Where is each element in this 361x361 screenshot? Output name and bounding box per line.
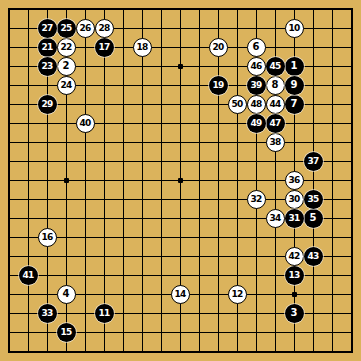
stone-white-44: 44: [266, 95, 285, 114]
stone-black-27: 27: [38, 19, 57, 38]
stone-black-37: 37: [304, 152, 323, 171]
go-board: 1234567891011121314151617181920212223242…: [0, 0, 361, 361]
stone-black-11: 11: [95, 304, 114, 323]
stone-black-5: 5: [304, 209, 323, 228]
stone-black-19: 19: [209, 76, 228, 95]
stone-white-28: 28: [95, 19, 114, 38]
stone-white-6: 6: [247, 38, 266, 57]
stone-white-2: 2: [57, 57, 76, 76]
stone-black-21: 21: [38, 38, 57, 57]
stone-white-50: 50: [228, 95, 247, 114]
stone-white-46: 46: [247, 57, 266, 76]
stone-black-49: 49: [247, 114, 266, 133]
stone-black-45: 45: [266, 57, 285, 76]
stone-white-32: 32: [247, 190, 266, 209]
stone-white-42: 42: [285, 247, 304, 266]
stone-white-40: 40: [76, 114, 95, 133]
stone-white-22: 22: [57, 38, 76, 57]
stone-black-31: 31: [285, 209, 304, 228]
stone-white-18: 18: [133, 38, 152, 57]
stone-black-43: 43: [304, 247, 323, 266]
stone-white-8: 8: [266, 76, 285, 95]
stone-white-4: 4: [57, 285, 76, 304]
stone-white-10: 10: [285, 19, 304, 38]
stone-white-12: 12: [228, 285, 247, 304]
stone-white-24: 24: [57, 76, 76, 95]
stone-black-39: 39: [247, 76, 266, 95]
stone-white-34: 34: [266, 209, 285, 228]
stones-layer: 1234567891011121314151617181920212223242…: [0, 0, 361, 361]
stone-black-7: 7: [285, 95, 304, 114]
stone-black-41: 41: [19, 266, 38, 285]
stone-white-26: 26: [76, 19, 95, 38]
stone-black-23: 23: [38, 57, 57, 76]
stone-black-35: 35: [304, 190, 323, 209]
stone-white-16: 16: [38, 228, 57, 247]
stone-black-47: 47: [266, 114, 285, 133]
stone-black-1: 1: [285, 57, 304, 76]
stone-black-17: 17: [95, 38, 114, 57]
stone-white-30: 30: [285, 190, 304, 209]
stone-white-36: 36: [285, 171, 304, 190]
stone-white-48: 48: [247, 95, 266, 114]
stone-white-14: 14: [171, 285, 190, 304]
stone-black-3: 3: [285, 304, 304, 323]
stone-black-15: 15: [57, 323, 76, 342]
stone-black-25: 25: [57, 19, 76, 38]
stone-black-33: 33: [38, 304, 57, 323]
stone-white-20: 20: [209, 38, 228, 57]
stone-black-9: 9: [285, 76, 304, 95]
stone-black-29: 29: [38, 95, 57, 114]
stone-white-38: 38: [266, 133, 285, 152]
stone-black-13: 13: [285, 266, 304, 285]
